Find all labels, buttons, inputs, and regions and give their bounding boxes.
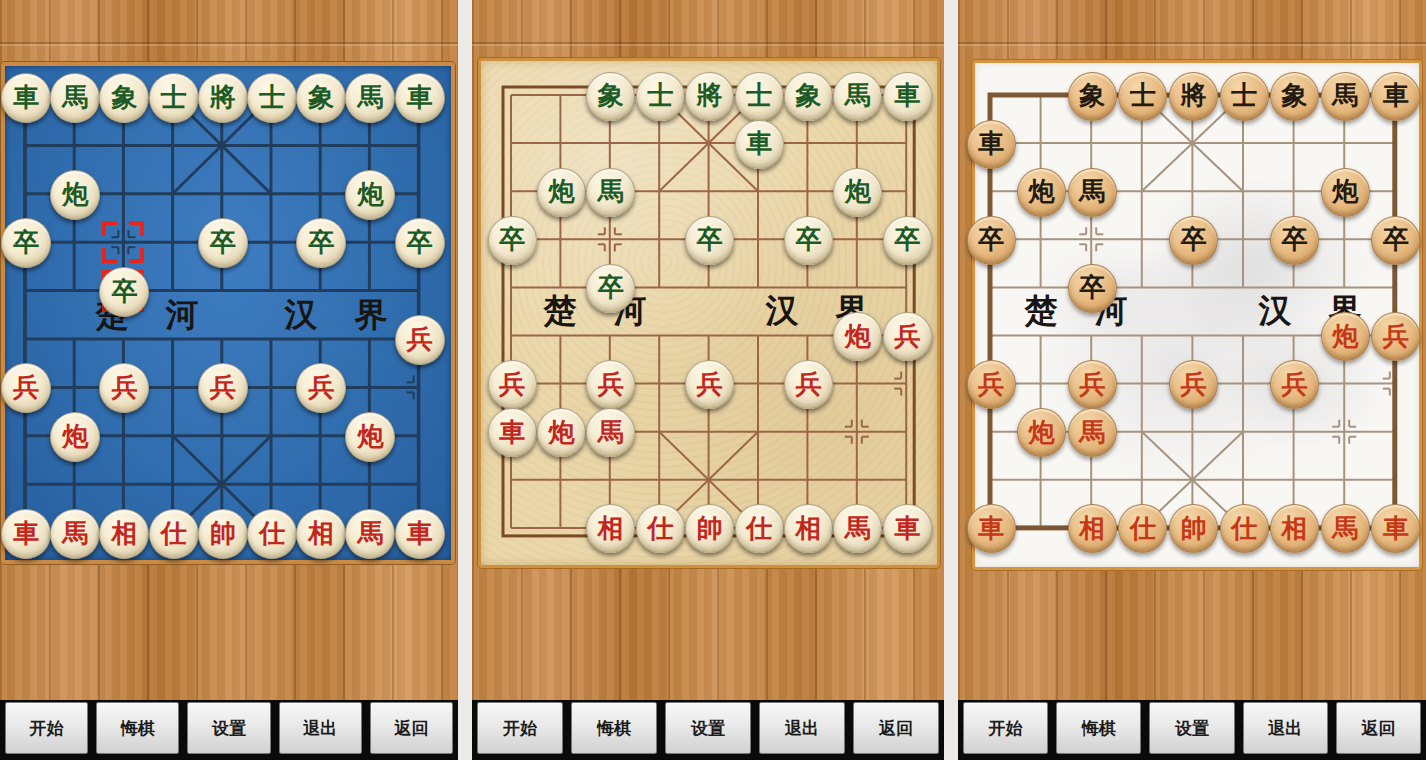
app-screenshot-triptych: { "game": "xiangqi (Chinese chess)", "po… [0, 0, 1426, 760]
start-button[interactable]: 开始 [477, 702, 563, 754]
last-move-marker [102, 221, 144, 263]
piece-black-soldier[interactable]: 卒 [1270, 216, 1319, 265]
piece-black-elephant[interactable]: 象 [1068, 72, 1117, 121]
piece-black-soldier[interactable]: 卒 [1, 218, 51, 268]
settings-button[interactable]: 设置 [187, 702, 270, 754]
piece-black-horse[interactable]: 馬 [1068, 168, 1117, 217]
piece-black-soldier[interactable]: 卒 [967, 216, 1016, 265]
piece-red-soldier[interactable]: 兵 [488, 360, 537, 409]
piece-red-horse[interactable]: 馬 [50, 509, 100, 559]
back-button[interactable]: 返回 [853, 702, 939, 754]
piece-black-advisor[interactable]: 士 [1118, 72, 1167, 121]
piece-red-cannon[interactable]: 炮 [50, 412, 100, 462]
piece-red-soldier[interactable]: 兵 [1169, 360, 1218, 409]
exit-button[interactable]: 退出 [279, 702, 362, 754]
button-bar: 开始悔棋设置退出返回 [472, 700, 944, 760]
piece-black-elephant[interactable]: 象 [296, 73, 346, 123]
piece-red-advisor[interactable]: 仕 [149, 509, 199, 559]
piece-black-chariot[interactable]: 車 [395, 73, 445, 123]
xiangqi-board-blue[interactable]: 楚河汉界車馬象士將士象馬車炮炮卒卒卒卒卒兵兵兵兵兵炮炮車馬相仕帥仕相馬車 [1, 62, 455, 564]
piece-black-cannon[interactable]: 炮 [50, 170, 100, 220]
piece-black-soldier[interactable]: 卒 [1371, 216, 1420, 265]
undo-button[interactable]: 悔棋 [96, 702, 179, 754]
piece-black-advisor[interactable]: 士 [735, 72, 784, 121]
piece-red-soldier[interactable]: 兵 [1371, 312, 1420, 361]
game-panel-white-theme: 楚河汉界象士將士象馬車車炮馬炮卒卒卒卒卒炮兵兵兵兵兵炮馬車相仕帥仕相馬車开始悔棋… [958, 0, 1426, 760]
piece-red-soldier[interactable]: 兵 [1068, 360, 1117, 409]
piece-red-soldier[interactable]: 兵 [967, 360, 1016, 409]
piece-black-soldier[interactable]: 卒 [99, 267, 149, 317]
piece-red-elephant[interactable]: 相 [784, 504, 833, 553]
river-label-char: 楚 [1025, 295, 1058, 328]
piece-black-chariot[interactable]: 車 [735, 120, 784, 169]
piece-black-horse[interactable]: 馬 [833, 72, 882, 121]
river-label-char: 界 [355, 298, 388, 331]
piece-black-horse[interactable]: 馬 [586, 168, 635, 217]
piece-red-general[interactable]: 帥 [198, 509, 248, 559]
xiangqi-board-parchment[interactable]: 楚河汉界象士將士象馬車車炮馬炮卒卒卒卒卒炮兵兵兵兵兵車炮馬相仕帥仕相馬車 [478, 58, 940, 568]
river-label-char: 汉 [766, 295, 799, 328]
piece-red-horse[interactable]: 馬 [1321, 504, 1370, 553]
piece-black-elephant[interactable]: 象 [586, 72, 635, 121]
piece-black-elephant[interactable]: 象 [784, 72, 833, 121]
piece-red-chariot[interactable]: 車 [395, 509, 445, 559]
button-bar: 开始悔棋设置退出返回 [958, 700, 1426, 760]
piece-black-soldier[interactable]: 卒 [488, 216, 537, 265]
piece-red-advisor[interactable]: 仕 [1220, 504, 1269, 553]
xiangqi-board-white[interactable]: 楚河汉界象士將士象馬車車炮馬炮卒卒卒卒卒炮兵兵兵兵兵炮馬車相仕帥仕相馬車 [972, 60, 1422, 570]
settings-button[interactable]: 设置 [665, 702, 751, 754]
piece-black-soldier[interactable]: 卒 [586, 264, 635, 313]
piece-black-cannon[interactable]: 炮 [345, 170, 395, 220]
piece-black-advisor[interactable]: 士 [636, 72, 685, 121]
piece-black-cannon[interactable]: 炮 [1321, 168, 1370, 217]
back-button[interactable]: 返回 [1336, 702, 1421, 754]
piece-red-soldier[interactable]: 兵 [1270, 360, 1319, 409]
piece-red-elephant[interactable]: 相 [1068, 504, 1117, 553]
button-bar: 开始悔棋设置退出返回 [0, 700, 458, 760]
piece-red-soldier[interactable]: 兵 [784, 360, 833, 409]
game-panel-parchment-theme: 楚河汉界象士將士象馬車車炮馬炮卒卒卒卒卒炮兵兵兵兵兵車炮馬相仕帥仕相馬車开始悔棋… [472, 0, 944, 760]
piece-black-soldier[interactable]: 卒 [1068, 264, 1117, 313]
start-button[interactable]: 开始 [963, 702, 1048, 754]
piece-black-cannon[interactable]: 炮 [1017, 168, 1066, 217]
piece-red-cannon[interactable]: 炮 [1017, 408, 1066, 457]
piece-black-chariot[interactable]: 車 [967, 120, 1016, 169]
piece-black-advisor[interactable]: 士 [149, 73, 199, 123]
piece-red-cannon[interactable]: 炮 [833, 312, 882, 361]
piece-red-soldier[interactable]: 兵 [395, 315, 445, 365]
piece-red-advisor[interactable]: 仕 [735, 504, 784, 553]
piece-black-soldier[interactable]: 卒 [1169, 216, 1218, 265]
river-label-char: 汉 [1259, 295, 1292, 328]
piece-red-chariot[interactable]: 車 [967, 504, 1016, 553]
piece-black-general[interactable]: 將 [685, 72, 734, 121]
piece-red-chariot[interactable]: 車 [1, 509, 51, 559]
piece-red-cannon[interactable]: 炮 [345, 412, 395, 462]
piece-black-advisor[interactable]: 士 [1220, 72, 1269, 121]
piece-black-general[interactable]: 將 [198, 73, 248, 123]
piece-black-horse[interactable]: 馬 [1321, 72, 1370, 121]
river-label-char: 楚 [544, 295, 577, 328]
piece-red-chariot[interactable]: 車 [883, 504, 932, 553]
exit-button[interactable]: 退出 [1243, 702, 1328, 754]
piece-black-chariot[interactable]: 車 [1371, 72, 1420, 121]
piece-red-advisor[interactable]: 仕 [636, 504, 685, 553]
piece-red-elephant[interactable]: 相 [296, 509, 346, 559]
undo-button[interactable]: 悔棋 [571, 702, 657, 754]
piece-red-soldier[interactable]: 兵 [198, 363, 248, 413]
river-label-char: 汉 [285, 298, 318, 331]
piece-black-soldier[interactable]: 卒 [784, 216, 833, 265]
river-label-hanjie: 汉界 [285, 298, 388, 331]
piece-red-horse[interactable]: 馬 [345, 509, 395, 559]
piece-black-soldier[interactable]: 卒 [395, 218, 445, 268]
piece-red-cannon[interactable]: 炮 [1321, 312, 1370, 361]
piece-black-soldier[interactable]: 卒 [685, 216, 734, 265]
piece-black-soldier[interactable]: 卒 [198, 218, 248, 268]
piece-red-general[interactable]: 帥 [1169, 504, 1218, 553]
settings-button[interactable]: 设置 [1149, 702, 1234, 754]
piece-black-general[interactable]: 將 [1169, 72, 1218, 121]
back-button[interactable]: 返回 [370, 702, 453, 754]
river-label-char: 河 [166, 298, 199, 331]
piece-black-soldier[interactable]: 卒 [883, 216, 932, 265]
piece-red-chariot[interactable]: 車 [488, 408, 537, 457]
piece-black-chariot[interactable]: 車 [1, 73, 51, 123]
piece-black-elephant[interactable]: 象 [1270, 72, 1319, 121]
piece-red-horse[interactable]: 馬 [1068, 408, 1117, 457]
undo-button[interactable]: 悔棋 [1056, 702, 1141, 754]
piece-red-soldier[interactable]: 兵 [883, 312, 932, 361]
piece-black-advisor[interactable]: 士 [247, 73, 297, 123]
game-panel-blue-theme: 楚河汉界車馬象士將士象馬車炮炮卒卒卒卒卒兵兵兵兵兵炮炮車馬相仕帥仕相馬車开始悔棋… [0, 0, 458, 760]
piece-red-cannon[interactable]: 炮 [537, 408, 586, 457]
piece-red-advisor[interactable]: 仕 [247, 509, 297, 559]
piece-red-soldier[interactable]: 兵 [685, 360, 734, 409]
piece-black-chariot[interactable]: 車 [883, 72, 932, 121]
piece-black-cannon[interactable]: 炮 [833, 168, 882, 217]
piece-black-horse[interactable]: 馬 [50, 73, 100, 123]
start-button[interactable]: 开始 [5, 702, 88, 754]
piece-red-elephant[interactable]: 相 [99, 509, 149, 559]
exit-button[interactable]: 退出 [759, 702, 845, 754]
piece-black-cannon[interactable]: 炮 [537, 168, 586, 217]
